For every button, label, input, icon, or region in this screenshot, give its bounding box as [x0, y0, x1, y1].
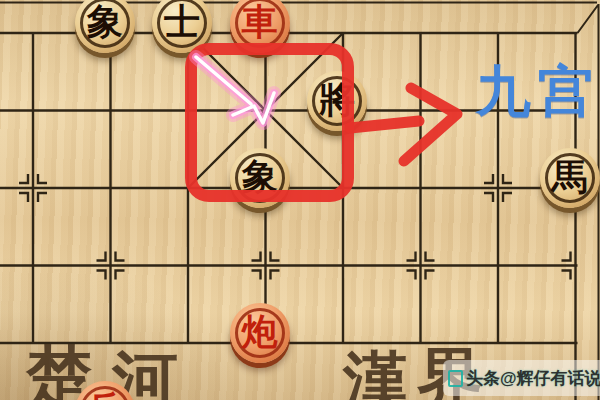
piece-char: 炮 [242, 314, 278, 350]
piece-char: 士 [164, 4, 200, 40]
piece-red-cannon[interactable]: 炮 [230, 303, 290, 363]
frame-icon [448, 370, 463, 387]
watermark-text: 头条@辉仔有话说 [466, 367, 600, 390]
piece-char: 象 [242, 159, 278, 195]
piece-char: 象 [87, 4, 123, 40]
board-surface[interactable] [0, 0, 600, 400]
piece-char: 車 [242, 4, 278, 40]
piece-black-general[interactable]: 將 [307, 71, 367, 131]
xiangqi-board-screenshot: 楚 河 漢 界 象士車將象馬炮兵 九宫 头条@辉仔有话说 ⚙ [0, 0, 600, 400]
watermark: 头条@辉仔有话说 ⚙ [443, 360, 600, 396]
piece-black-elephant[interactable]: 象 [230, 148, 290, 208]
piece-black-horse[interactable]: 馬 [540, 148, 600, 208]
piece-char: 兵 [87, 392, 123, 400]
piece-char: 將 [319, 82, 355, 118]
piece-char: 馬 [552, 159, 588, 195]
